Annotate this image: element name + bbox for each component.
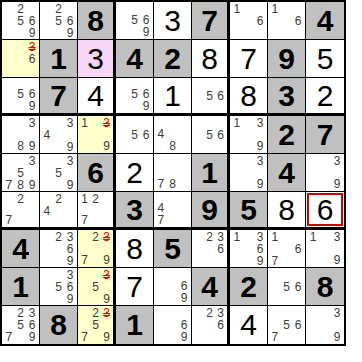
cell-r4c9[interactable]: 7 xyxy=(306,116,344,154)
cell-r2c1[interactable]: 36 xyxy=(2,40,40,78)
given-digit: 4 xyxy=(317,6,334,36)
given-digit: 1 xyxy=(201,158,218,188)
cell-r9c9[interactable]: 39 xyxy=(306,306,344,344)
pencil-mark: 1 xyxy=(269,3,281,15)
cell-r5c4[interactable]: 2 xyxy=(116,154,154,192)
pencil-mark: 2 xyxy=(204,307,215,319)
cell-r5c8[interactable]: 4 xyxy=(268,154,306,192)
pencil-mark: 9 xyxy=(101,254,112,266)
pencil-mark: 7 xyxy=(79,254,90,266)
cell-r6c2[interactable]: 24 xyxy=(40,192,78,230)
pencil-mark: 7 xyxy=(3,331,15,343)
entered-digit: 7 xyxy=(240,44,257,74)
pencil-mark: 5 xyxy=(53,167,65,179)
pencil-mark: 3 xyxy=(254,155,266,167)
pencil-mark: 3 xyxy=(331,307,343,319)
pencil-mark: 5 xyxy=(90,281,101,293)
pencil-mark: 9 xyxy=(64,255,76,267)
entered-digit: 4 xyxy=(240,310,257,340)
pencil-mark: 9 xyxy=(101,293,112,305)
pencil-mark: 7 xyxy=(155,178,167,190)
cell-r2c5[interactable]: 2 xyxy=(154,40,192,78)
entered-digit: 2 xyxy=(317,81,334,111)
given-digit: 8 xyxy=(87,6,104,36)
cell-r6c6[interactable]: 9 xyxy=(192,192,230,230)
pencil-mark: 1 xyxy=(231,117,243,129)
entered-digit: 8 xyxy=(126,234,143,264)
cell-r1c4[interactable]: 569 xyxy=(116,2,154,40)
pencil-mark: 3 xyxy=(26,117,38,129)
cell-r3c3[interactable]: 4 xyxy=(78,78,116,116)
cell-r4c3[interactable]: 139 xyxy=(78,116,116,154)
cell-r9c1[interactable]: 235679 xyxy=(2,306,40,344)
entered-digit: 1 xyxy=(164,81,181,111)
pencil-mark: 3 xyxy=(64,117,76,129)
pencil-mark: 5 xyxy=(129,14,141,26)
entered-digit: 6 xyxy=(317,195,334,225)
given-digit: 4 xyxy=(201,272,218,302)
cell-r1c6[interactable]: 7 xyxy=(192,2,230,40)
entered-digit: 4 xyxy=(87,81,104,111)
pencil-mark: 1 xyxy=(79,193,90,205)
pencil-mark: 1 xyxy=(307,231,319,243)
cell-r2c7[interactable]: 7 xyxy=(230,40,268,78)
pencil-mark: 6 xyxy=(140,129,152,141)
pencil-mark: 5 xyxy=(90,319,101,331)
pencil-mark: 9 xyxy=(178,292,190,304)
given-digit: 5 xyxy=(240,195,257,225)
pencil-mark: 9 xyxy=(26,140,38,152)
cell-r7c3[interactable]: 2379 xyxy=(78,230,116,268)
pencil-mark: 6 xyxy=(215,90,226,102)
pencil-mark: 6 xyxy=(215,243,226,255)
pencil-mark: 5 xyxy=(204,129,215,141)
pencil-mark-struck: 3 xyxy=(101,269,112,281)
given-digit: 4 xyxy=(278,158,295,188)
cell-r9c5[interactable]: 69 xyxy=(154,306,192,344)
pencil-mark: 2 xyxy=(204,231,215,243)
given-digit: 8 xyxy=(50,310,67,340)
cell-r1c8[interactable]: 16 xyxy=(268,2,306,40)
cell-r6c3[interactable]: 127 xyxy=(78,192,116,230)
cell-r4c6[interactable]: 56 xyxy=(192,116,230,154)
cell-r3c9[interactable]: 2 xyxy=(306,78,344,116)
pencil-mark: 9 xyxy=(331,178,343,190)
pencil-mark: 9 xyxy=(101,331,112,343)
pencil-mark: 5 xyxy=(129,88,141,100)
cell-r2c4[interactable]: 4 xyxy=(116,40,154,78)
pencil-mark: 2 xyxy=(90,231,101,243)
pencil-mark: 6 xyxy=(215,129,226,141)
entered-digit: 3 xyxy=(87,44,104,74)
cell-r6c7[interactable]: 5 xyxy=(230,192,268,230)
pencil-mark: 1 xyxy=(231,231,243,243)
cell-r8c8[interactable]: 56 xyxy=(268,268,306,306)
pencil-mark: 3 xyxy=(331,155,343,167)
pencil-mark: 2 xyxy=(15,193,27,205)
cell-r4c8[interactable]: 2 xyxy=(268,116,306,154)
pencil-mark: 9 xyxy=(64,27,76,39)
cell-r2c9[interactable]: 5 xyxy=(306,40,344,78)
cell-r5c2[interactable]: 359 xyxy=(40,154,78,192)
pencil-mark: 5 xyxy=(15,88,27,100)
pencil-mark: 6 xyxy=(292,281,304,293)
cell-r7c2[interactable]: 2369 xyxy=(40,230,78,268)
cell-r5c3[interactable]: 6 xyxy=(78,154,116,192)
cell-r7c4[interactable]: 8 xyxy=(116,230,154,268)
cell-r1c2[interactable]: 2569 xyxy=(40,2,78,40)
cell-r6c8[interactable]: 8 xyxy=(268,192,306,230)
cell-r5c6[interactable]: 1 xyxy=(192,154,230,192)
pencil-mark: 8 xyxy=(167,140,179,152)
pencil-mark: 9 xyxy=(26,100,38,112)
entered-digit: 7 xyxy=(126,272,143,302)
cell-r9c6[interactable]: 236 xyxy=(192,306,230,344)
pencil-mark: 4 xyxy=(41,205,53,217)
pencil-mark: 5 xyxy=(281,319,293,331)
entered-digit: 8 xyxy=(201,44,218,74)
cell-r2c3[interactable]: 3 xyxy=(78,40,116,78)
cell-r4c5[interactable]: 48 xyxy=(154,116,192,154)
pencil-mark: 6 xyxy=(26,53,38,65)
pencil-mark: 8 xyxy=(15,179,27,191)
cell-r8c1[interactable]: 1 xyxy=(2,268,40,306)
cell-r3c5[interactable]: 1 xyxy=(154,78,192,116)
cell-r2c8[interactable]: 9 xyxy=(268,40,306,78)
given-digit: 4 xyxy=(12,234,29,264)
pencil-mark: 9 xyxy=(254,255,266,267)
pencil-mark: 9 xyxy=(101,140,112,152)
pencil-mark-struck: 3 xyxy=(101,231,112,243)
given-digit: 2 xyxy=(240,272,257,302)
cell-r3c2[interactable]: 7 xyxy=(40,78,78,116)
given-digit: 2 xyxy=(278,120,295,150)
given-digit: 4 xyxy=(126,44,143,74)
cell-r3c8[interactable]: 3 xyxy=(268,78,306,116)
cell-r8c9[interactable]: 8 xyxy=(306,268,344,306)
pencil-mark: 7 xyxy=(155,214,167,226)
given-digit: 1 xyxy=(12,272,29,302)
pencil-mark-struck: 3 xyxy=(101,307,112,319)
pencil-mark: 5 xyxy=(15,319,27,331)
pencil-mark: 1 xyxy=(79,117,90,129)
cell-r2c6[interactable]: 8 xyxy=(192,40,230,78)
cell-r9c2[interactable]: 8 xyxy=(40,306,78,344)
pencil-mark: 9 xyxy=(331,254,343,266)
pencil-mark: 9 xyxy=(331,331,343,343)
pencil-mark: 9 xyxy=(26,179,38,191)
pencil-mark: 7 xyxy=(269,255,281,267)
cell-r8c4[interactable]: 7 xyxy=(116,268,154,306)
cell-r9c3[interactable]: 23579 xyxy=(78,306,116,344)
pencil-mark: 6 xyxy=(292,319,304,331)
cell-r6c1[interactable]: 27 xyxy=(2,192,40,230)
given-digit: 7 xyxy=(201,6,218,36)
pencil-mark: 7 xyxy=(79,214,90,226)
pencil-mark: 3 xyxy=(254,117,266,129)
cell-r9c4[interactable]: 1 xyxy=(116,306,154,344)
given-digit: 1 xyxy=(50,44,67,74)
pencil-mark: 6 xyxy=(292,243,304,255)
pencil-mark: 9 xyxy=(26,27,38,39)
cell-r7c6[interactable]: 236 xyxy=(192,230,230,268)
pencil-mark: 6 xyxy=(292,15,304,27)
given-digit: 9 xyxy=(278,44,295,74)
pencil-mark: 9 xyxy=(178,331,190,343)
cell-r1c7[interactable]: 16 xyxy=(230,2,268,40)
cell-r4c4[interactable]: 56 xyxy=(116,116,154,154)
pencil-mark-struck: 3 xyxy=(101,117,112,129)
cell-r7c9[interactable]: 139 xyxy=(306,230,344,268)
cell-r5c1[interactable]: 35789 xyxy=(2,154,40,192)
pencil-mark: 7 xyxy=(3,179,15,191)
cell-r7c1[interactable]: 4 xyxy=(2,230,40,268)
cell-r3c1[interactable]: 569 xyxy=(2,78,40,116)
pencil-mark: 9 xyxy=(254,178,266,190)
pencil-mark: 6 xyxy=(215,319,226,331)
entered-digit: 8 xyxy=(278,195,295,225)
cell-r7c7[interactable]: 1369 xyxy=(230,230,268,268)
cell-r4c7[interactable]: 139 xyxy=(230,116,268,154)
pencil-mark: 9 xyxy=(140,26,152,38)
cell-r1c9[interactable]: 4 xyxy=(306,2,344,40)
pencil-mark: 4 xyxy=(155,128,167,140)
pencil-mark: 8 xyxy=(15,140,27,152)
cell-r7c5[interactable]: 5 xyxy=(154,230,192,268)
cell-r8c5[interactable]: 69 xyxy=(154,268,192,306)
pencil-mark: 7 xyxy=(269,331,281,343)
pencil-mark: 7 xyxy=(3,214,15,226)
pencil-mark: 2 xyxy=(53,231,65,243)
cell-r8c2[interactable]: 3569 xyxy=(40,268,78,306)
given-digit: 7 xyxy=(50,81,67,111)
pencil-mark: 6 xyxy=(254,15,266,27)
pencil-mark: 3 xyxy=(64,155,76,167)
cell-r5c9[interactable]: 39 xyxy=(306,154,344,192)
cell-r1c3[interactable]: 8 xyxy=(78,2,116,40)
cell-r6c4[interactable]: 3 xyxy=(116,192,154,230)
pencil-mark: 5 xyxy=(204,90,215,102)
sudoku-board: 2569256985693716164361342879556974569156… xyxy=(0,0,346,346)
pencil-mark: 9 xyxy=(26,331,38,343)
pencil-mark: 9 xyxy=(64,179,76,191)
pencil-mark: 4 xyxy=(41,129,53,141)
cell-r2c2[interactable]: 1 xyxy=(40,40,78,78)
entered-digit: 8 xyxy=(240,81,257,111)
pencil-mark: 9 xyxy=(254,140,266,152)
given-digit: 6 xyxy=(87,158,104,188)
pencil-mark: 8 xyxy=(167,178,179,190)
cell-r1c5[interactable]: 3 xyxy=(154,2,192,40)
pencil-mark: 5 xyxy=(53,15,65,27)
pencil-mark: 2 xyxy=(53,193,65,205)
given-digit: 7 xyxy=(317,120,334,150)
pencil-mark: 3 xyxy=(331,231,343,243)
pencil-mark: 9 xyxy=(64,293,76,305)
given-digit: 9 xyxy=(201,195,218,225)
cell-r3c7[interactable]: 8 xyxy=(230,78,268,116)
given-digit: 3 xyxy=(278,81,295,111)
cell-r4c2[interactable]: 349 xyxy=(40,116,78,154)
pencil-mark: 5 xyxy=(129,129,141,141)
pencil-mark: 7 xyxy=(79,331,90,343)
cell-r3c4[interactable]: 569 xyxy=(116,78,154,116)
pencil-mark: 1 xyxy=(269,231,281,243)
cell-r9c8[interactable]: 567 xyxy=(268,306,306,344)
entered-digit: 5 xyxy=(317,44,334,74)
pencil-mark: 9 xyxy=(140,100,152,112)
cell-r5c7[interactable]: 39 xyxy=(230,154,268,192)
pencil-mark: 2 xyxy=(90,193,101,205)
given-digit: 2 xyxy=(164,44,181,74)
pencil-mark: 5 xyxy=(15,15,27,27)
cell-r3c6[interactable]: 56 xyxy=(192,78,230,116)
given-digit: 1 xyxy=(126,310,143,340)
pencil-mark: 1 xyxy=(231,3,243,15)
given-digit: 8 xyxy=(317,272,334,302)
cell-r8c6[interactable]: 4 xyxy=(192,268,230,306)
entered-digit: 3 xyxy=(164,6,181,36)
pencil-mark: 5 xyxy=(53,281,65,293)
pencil-mark: 3 xyxy=(26,155,38,167)
pencil-mark: 5 xyxy=(281,281,293,293)
pencil-mark: 9 xyxy=(64,141,76,153)
given-digit: 5 xyxy=(164,234,181,264)
cell-r7c8[interactable]: 167 xyxy=(268,230,306,268)
entered-digit: 2 xyxy=(126,158,143,188)
given-digit: 3 xyxy=(126,195,143,225)
cell-r8c3[interactable]: 359 xyxy=(78,268,116,306)
cell-r6c5[interactable]: 47 xyxy=(154,192,192,230)
cell-r4c1[interactable]: 389 xyxy=(2,116,40,154)
cell-r6c9[interactable]: 6 xyxy=(306,192,344,230)
cell-r9c7[interactable]: 4 xyxy=(230,306,268,344)
cell-r1c1[interactable]: 2569 xyxy=(2,2,40,40)
cell-r8c7[interactable]: 2 xyxy=(230,268,268,306)
cell-r5c5[interactable]: 78 xyxy=(154,154,192,192)
